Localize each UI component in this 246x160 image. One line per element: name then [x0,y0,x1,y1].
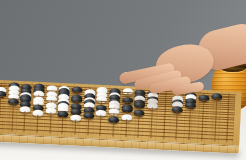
board-cell[interactable] [81,131,94,136]
board-cell[interactable] [43,129,56,134]
board-cell[interactable] [183,136,196,141]
board-cell[interactable] [31,128,44,133]
board-cell[interactable] [132,133,145,138]
board-cell[interactable] [157,134,170,139]
board-cell[interactable] [69,130,82,135]
board-cell[interactable] [208,137,221,142]
board-wood-surface [0,79,242,145]
photo-scene [0,0,246,160]
board-cell[interactable] [18,128,31,133]
go-board [0,79,242,153]
hand-shadow [112,96,186,108]
board-cell[interactable] [119,132,132,137]
board-cell[interactable] [5,127,18,132]
board-cell[interactable] [170,135,183,140]
board-cell[interactable] [107,132,120,137]
board-cell[interactable] [94,131,107,136]
go-board-grid [0,83,237,142]
board-cell[interactable] [221,137,234,142]
board-cell[interactable] [145,134,158,139]
board-cell[interactable] [56,129,69,134]
board-cell[interactable] [195,136,208,141]
